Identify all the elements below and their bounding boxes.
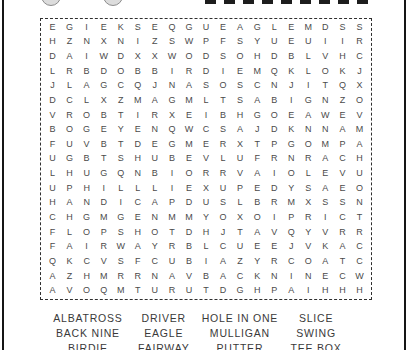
grid-cell-r5c18: Q (334, 79, 351, 94)
grid-cell-r7c9: E (180, 108, 197, 123)
grid-cell-r7c6: I (129, 108, 146, 123)
grid-cell-r8c10: C (197, 122, 214, 137)
grid-cell-r17c3: C (78, 254, 95, 269)
grid-cell-r17c10: I (197, 254, 214, 269)
word-item: BIRDIE (68, 341, 108, 350)
grid-cell-r14c10: Y (197, 210, 214, 225)
grid-cell-r8c17: N (317, 122, 334, 137)
word-item: MULLIGAN (210, 326, 270, 341)
grid-cell-r19c3: O (78, 283, 95, 298)
grid-cell-r9c4: B (95, 137, 112, 152)
grid-cell-r7c3: O (78, 108, 95, 123)
grid-cell-r1c13: G (249, 20, 266, 35)
grid-cell-r9c11: R (215, 137, 232, 152)
word-item: HOLE IN ONE (202, 311, 278, 326)
grid-cell-r14c16: R (300, 210, 317, 225)
grid-cell-r14c5: G (112, 210, 129, 225)
grid-cell-r17c13: Y (249, 254, 266, 269)
grid-cell-r6c5: Z (112, 93, 129, 108)
golf-ball-icon (41, 0, 61, 6)
grid-cell-r3c9: O (180, 49, 197, 64)
grid-cell-r12c13: E (249, 181, 266, 196)
grid-cell-r8c12: A (232, 122, 249, 137)
grid-cell-r6c11: T (215, 93, 232, 108)
grid-cell-r14c9: M (180, 210, 197, 225)
grid-cell-r9c2: U (61, 137, 78, 152)
grid-cell-r13c11: S (215, 196, 232, 211)
grid-cell-r18c12: C (232, 269, 249, 284)
grid-cell-r10c18: C (334, 152, 351, 167)
grid-cell-r19c6: T (129, 283, 146, 298)
grid-cell-r15c12: T (232, 225, 249, 240)
grid-cell-r11c19: U (351, 166, 368, 181)
grid-cell-r16c18: A (334, 239, 351, 254)
grid-cell-r9c14: P (266, 137, 283, 152)
grid-cell-r10c19: H (351, 152, 368, 167)
grid-cell-r13c1: H (44, 196, 61, 211)
grid-cell-r8c13: J (249, 122, 266, 137)
grid-cell-r7c19: V (351, 108, 368, 123)
grid-cell-r2c2: Z (61, 35, 78, 50)
grid-cell-r3c11: S (215, 49, 232, 64)
grid-cell-r4c15: K (283, 64, 300, 79)
grid-cell-r19c9: U (180, 283, 197, 298)
grid-cell-r15c14: V (266, 225, 283, 240)
grid-cell-r19c13: H (249, 283, 266, 298)
grid-cell-r12c6: L (129, 181, 146, 196)
grid-cell-r5c4: G (95, 79, 112, 94)
grid-cell-r8c15: K (283, 122, 300, 137)
grid-cell-r10c16: R (300, 152, 317, 167)
grid-cell-r14c1: C (44, 210, 61, 225)
grid-cell-r4c12: E (232, 64, 249, 79)
grid-cell-r17c18: T (334, 254, 351, 269)
grid-cell-r13c2: A (61, 196, 78, 211)
grid-cell-r18c5: R (112, 269, 129, 284)
grid-cell-r7c12: H (232, 108, 249, 123)
grid-cell-r6c3: L (78, 93, 95, 108)
grid-cell-r10c6: H (129, 152, 146, 167)
grid-cell-r8c8: Q (163, 122, 180, 137)
grid-cell-r2c12: S (232, 35, 249, 50)
grid-cell-r15c19: R (351, 225, 368, 240)
grid-cell-r18c11: A (215, 269, 232, 284)
grid-cell-r12c19: O (351, 181, 368, 196)
grid-cell-r17c14: R (266, 254, 283, 269)
grid-cell-r13c13: B (249, 196, 266, 211)
word-item: PUTTER (217, 341, 264, 350)
grid-cell-r15c9: D (180, 225, 197, 240)
grid-cell-r2c17: I (317, 35, 334, 50)
grid-cell-r3c12: O (232, 49, 249, 64)
grid-cell-r4c10: D (197, 64, 214, 79)
grid-cell-r9c3: V (78, 137, 95, 152)
grid-cell-r18c15: I (283, 269, 300, 284)
grid-cell-r6c18: Z (334, 93, 351, 108)
grid-cell-r8c3: G (78, 122, 95, 137)
grid-cell-r6c6: M (129, 93, 146, 108)
grid-cell-r1c6: S (129, 20, 146, 35)
word-item: ALBATROSS (53, 311, 122, 326)
grid-cell-r14c18: C (334, 210, 351, 225)
grid-cell-r13c18: S (334, 196, 351, 211)
grid-cell-r9c10: E (197, 137, 214, 152)
grid-cell-r9c12: X (232, 137, 249, 152)
grid-cell-r3c1: D (44, 49, 61, 64)
grid-cell-r16c10: L (197, 239, 214, 254)
grid-cell-r17c19: C (351, 254, 368, 269)
grid-cell-r2c7: Z (146, 35, 163, 50)
grid-cell-r12c1: U (44, 181, 61, 196)
grid-cell-r5c3: A (78, 79, 95, 94)
grid-cell-r18c3: H (78, 269, 95, 284)
grid-cell-r2c19: R (351, 35, 368, 50)
grid-cell-r13c3: N (78, 196, 95, 211)
grid-cell-r18c17: E (317, 269, 334, 284)
grid-cell-r14c4: M (95, 210, 112, 225)
grid-cell-r1c5: K (112, 20, 129, 35)
grid-cell-r4c13: M (249, 64, 266, 79)
grid-cell-r3c10: D (197, 49, 214, 64)
grid-cell-r17c5: S (112, 254, 129, 269)
grid-cell-r7c4: B (95, 108, 112, 123)
grid-cell-r1c3: I (78, 20, 95, 35)
grid-cell-r11c5: Q (112, 166, 129, 181)
grid-cell-r14c3: G (78, 210, 95, 225)
grid-cell-r7c8: X (163, 108, 180, 123)
grid-cell-r1c2: G (61, 20, 78, 35)
grid-cell-r1c15: E (283, 20, 300, 35)
grid-cell-r12c17: A (317, 181, 334, 196)
grid-cell-r9c6: D (129, 137, 146, 152)
grid-cell-r2c5: N (112, 35, 129, 50)
grid-cell-r8c7: N (146, 122, 163, 137)
grid-cell-r14c11: O (215, 210, 232, 225)
grid-cell-r16c8: R (163, 239, 180, 254)
grid-cell-r13c16: X (300, 196, 317, 211)
grid-cell-r11c18: V (334, 166, 351, 181)
grid-cell-r5c7: J (146, 79, 163, 94)
grid-cell-r7c15: E (283, 108, 300, 123)
grid-cell-r5c2: L (61, 79, 78, 94)
grid-cell-r12c16: S (300, 181, 317, 196)
grid-cell-r18c14: N (266, 269, 283, 284)
grid-cell-r2c14: U (266, 35, 283, 50)
grid-cell-r2c18: I (334, 35, 351, 50)
grid-cell-r3c8: W (163, 49, 180, 64)
grid-cell-r3c6: X (129, 49, 146, 64)
grid-cell-r6c10: L (197, 93, 214, 108)
grid-cell-r19c11: D (215, 283, 232, 298)
grid-cell-r19c17: H (317, 283, 334, 298)
grid-cell-r2c4: X (95, 35, 112, 50)
grid-cell-r13c15: M (283, 196, 300, 211)
grid-cell-r8c4: E (95, 122, 112, 137)
grid-cell-r15c16: Y (300, 225, 317, 240)
grid-cell-r10c3: B (78, 152, 95, 167)
grid-cell-r16c3: I (78, 239, 95, 254)
grid-cell-r12c9: E (180, 181, 197, 196)
grid-cell-r14c6: E (129, 210, 146, 225)
grid-cell-r10c8: B (163, 152, 180, 167)
grid-cell-r10c7: U (146, 152, 163, 167)
grid-cell-r15c5: S (112, 225, 129, 240)
grid-cell-r5c14: N (266, 79, 283, 94)
grid-cell-r5c12: S (232, 79, 249, 94)
grid-cell-r4c9: R (180, 64, 197, 79)
grid-cell-r19c8: R (163, 283, 180, 298)
grid-cell-r14c2: H (61, 210, 78, 225)
grid-cell-r18c4: M (95, 269, 112, 284)
grid-cell-r15c1: F (44, 225, 61, 240)
grid-cell-r4c3: B (78, 64, 95, 79)
grid-cell-r14c17: I (317, 210, 334, 225)
grid-cell-r6c4: X (95, 93, 112, 108)
grid-cell-r11c16: L (300, 166, 317, 181)
grid-cell-r15c10: H (197, 225, 214, 240)
grid-cell-r6c19: O (351, 93, 368, 108)
grid-cell-r9c19: A (351, 137, 368, 152)
grid-cell-r1c16: M (300, 20, 317, 35)
grid-cell-r3c17: V (317, 49, 334, 64)
grid-cell-r19c5: M (112, 283, 129, 298)
grid-cell-r15c17: V (317, 225, 334, 240)
grid-cell-r13c7: A (146, 196, 163, 211)
word-list: ALBATROSSBACK NINEBIRDIEDRIVEREAGLEFAIRW… (50, 311, 354, 350)
grid-cell-r19c10: T (197, 283, 214, 298)
grid-cell-r19c15: A (283, 283, 300, 298)
grid-cell-r7c18: E (334, 108, 351, 123)
grid-cell-r4c18: K (334, 64, 351, 79)
grid-cell-r17c1: Q (44, 254, 61, 269)
grid-cell-r17c9: B (180, 254, 197, 269)
grid-cell-r11c1: L (44, 166, 61, 181)
grid-cell-r18c6: R (129, 269, 146, 284)
grid-cell-r16c16: V (300, 239, 317, 254)
grid-cell-r17c2: K (61, 254, 78, 269)
word-item: BACK NINE (56, 326, 120, 341)
grid-cell-r13c4: D (95, 196, 112, 211)
grid-cell-r7c5: T (112, 108, 129, 123)
grid-cell-r7c13: G (249, 108, 266, 123)
grid-cell-r19c14: P (266, 283, 283, 298)
grid-cell-r5c10: S (197, 79, 214, 94)
grid-cell-r9c16: O (300, 137, 317, 152)
grid-cell-r14c13: O (249, 210, 266, 225)
grid-cell-r13c19: N (351, 196, 368, 211)
grid-cell-r10c4: T (95, 152, 112, 167)
grid-cell-r16c17: K (317, 239, 334, 254)
grid-cell-r5c6: Q (129, 79, 146, 94)
grid-cell-r19c2: V (61, 283, 78, 298)
grid-cell-r1c12: A (232, 20, 249, 35)
grid-cell-r16c15: J (283, 239, 300, 254)
grid-cell-r13c5: I (112, 196, 129, 211)
grid-cell-r4c14: Q (266, 64, 283, 79)
grid-cell-r18c18: C (334, 269, 351, 284)
grid-cell-r7c1: V (44, 108, 61, 123)
grid-cell-r11c8: I (163, 166, 180, 181)
grid-cell-r1c7: E (146, 20, 163, 35)
grid-cell-r13c6: C (129, 196, 146, 211)
grid-cell-r1c11: E (215, 20, 232, 35)
grid-cell-r9c5: T (112, 137, 129, 152)
grid-cell-r17c17: A (317, 254, 334, 269)
grid-cell-r3c5: D (112, 49, 129, 64)
grid-cell-r8c11: S (215, 122, 232, 137)
grid-cell-r3c13: H (249, 49, 266, 64)
grid-cell-r7c10: I (197, 108, 214, 123)
word-item: FAIRWAY (138, 341, 190, 350)
grid-cell-r10c5: S (112, 152, 129, 167)
grid-cell-r14c15: P (283, 210, 300, 225)
grid-cell-r11c10: R (197, 166, 214, 181)
grid-cell-r18c10: B (197, 269, 214, 284)
grid-cell-r19c4: Q (95, 283, 112, 298)
grid-cell-r3c2: A (61, 49, 78, 64)
grid-cell-r12c12: P (232, 181, 249, 196)
grid-cell-r15c11: J (215, 225, 232, 240)
grid-cell-r1c17: D (317, 20, 334, 35)
grid-cell-r4c17: O (317, 64, 334, 79)
grid-cell-r18c13: K (249, 269, 266, 284)
grid-cell-r11c9: O (180, 166, 197, 181)
grid-cell-r15c15: Q (283, 225, 300, 240)
grid-cell-r5c17: T (317, 79, 334, 94)
grid-cell-r12c11: U (215, 181, 232, 196)
grid-cell-r16c1: F (44, 239, 61, 254)
grid-cell-r14c14: I (266, 210, 283, 225)
grid-cell-r3c18: H (334, 49, 351, 64)
grid-cell-r19c7: U (146, 283, 163, 298)
grid-cell-r7c17: W (317, 108, 334, 123)
grid-cell-r10c10: V (197, 152, 214, 167)
grid-cell-r18c8: A (163, 269, 180, 284)
grid-cell-r16c13: E (249, 239, 266, 254)
grid-cell-r13c17: S (317, 196, 334, 211)
golf-ball-icon (103, 0, 123, 6)
photo-edge-left (2, 0, 4, 350)
grid-cell-r10c13: F (249, 152, 266, 167)
grid-cell-r11c3: U (78, 166, 95, 181)
word-list-column-2: DRIVEREAGLEFAIRWAY (126, 311, 202, 350)
word-item: SWING (296, 326, 336, 341)
grid-cell-r15c8: T (163, 225, 180, 240)
word-list-column-4: SLICESWINGTEE BOX (278, 311, 354, 350)
grid-cell-r4c2: R (61, 64, 78, 79)
grid-cell-r15c7: O (146, 225, 163, 240)
grid-cell-r19c12: G (232, 283, 249, 298)
grid-cell-r12c15: Y (283, 181, 300, 196)
grid-cell-r4c6: B (129, 64, 146, 79)
grid-cell-r6c1: D (44, 93, 61, 108)
grid-cell-r7c7: R (146, 108, 163, 123)
grid-cell-r12c8: I (163, 181, 180, 196)
grid-cell-r12c5: L (112, 181, 129, 196)
grid-cell-r15c13: A (249, 225, 266, 240)
grid-cell-r12c3: H (78, 181, 95, 196)
grid-cell-r19c18: H (334, 283, 351, 298)
grid-cell-r13c12: L (232, 196, 249, 211)
grid-cell-r11c15: O (283, 166, 300, 181)
grid-cell-r7c11: B (215, 108, 232, 123)
grid-cell-r1c10: U (197, 20, 214, 35)
grid-cell-r9c7: E (146, 137, 163, 152)
grid-cell-r16c19: C (351, 239, 368, 254)
grid-cell-r9c1: F (44, 137, 61, 152)
grid-cell-r16c12: U (232, 239, 249, 254)
grid-cell-r6c14: B (266, 93, 283, 108)
grid-cell-r7c14: O (266, 108, 283, 123)
grid-cell-r18c16: N (300, 269, 317, 284)
grid-cell-r13c14: R (266, 196, 283, 211)
grid-cell-r15c2: L (61, 225, 78, 240)
grid-cell-r11c12: V (232, 166, 249, 181)
grid-cell-r17c4: V (95, 254, 112, 269)
grid-cell-r6c9: M (180, 93, 197, 108)
grid-cell-r15c4: P (95, 225, 112, 240)
grid-cell-r6c12: S (232, 93, 249, 108)
grid-cell-r16c14: E (266, 239, 283, 254)
grid-cell-r4c5: O (112, 64, 129, 79)
grid-cell-r11c17: E (317, 166, 334, 181)
grid-cell-r5c11: O (215, 79, 232, 94)
grid-cell-r1c18: S (334, 20, 351, 35)
grid-cell-r5c16: I (300, 79, 317, 94)
grid-cell-r11c6: N (129, 166, 146, 181)
grid-cell-r2c10: P (197, 35, 214, 50)
grid-cell-r2c13: Y (249, 35, 266, 50)
grid-cell-r3c3: I (78, 49, 95, 64)
word-item: EAGLE (144, 326, 183, 341)
grid-cell-r2c16: U (300, 35, 317, 50)
grid-cell-r5c1: J (44, 79, 61, 94)
grid-cell-r11c14: I (266, 166, 283, 181)
grid-cell-r19c16: I (300, 283, 317, 298)
grid-cell-r12c18: E (334, 181, 351, 196)
grid-cell-r11c7: B (146, 166, 163, 181)
grid-cell-r14c7: N (146, 210, 163, 225)
grid-cell-r10c9: E (180, 152, 197, 167)
grid-cell-r14c19: T (351, 210, 368, 225)
grid-cell-r17c7: C (146, 254, 163, 269)
grid-cell-r16c7: Y (146, 239, 163, 254)
grid-cell-r7c16: A (300, 108, 317, 123)
grid-cell-r5c13: C (249, 79, 266, 94)
grid-cell-r1c8: Q (163, 20, 180, 35)
grid-cell-r9c17: M (317, 137, 334, 152)
grid-cell-r13c8: P (163, 196, 180, 211)
grid-cell-r10c14: R (266, 152, 283, 167)
word-list-column-1: ALBATROSSBACK NINEBIRDIE (50, 311, 126, 350)
grid-cell-r10c15: N (283, 152, 300, 167)
grid-cell-r16c2: A (61, 239, 78, 254)
grid-cell-r11c4: G (95, 166, 112, 181)
word-item: TEE BOX (291, 341, 342, 350)
grid-cell-r16c6: A (129, 239, 146, 254)
grid-cell-r2c8: S (163, 35, 180, 50)
grid-cell-r17c8: U (163, 254, 180, 269)
grid-cell-r4c7: B (146, 64, 163, 79)
grid-cell-r16c4: R (95, 239, 112, 254)
grid-cell-r1c14: L (266, 20, 283, 35)
grid-cell-r11c13: A (249, 166, 266, 181)
grid-cell-r9c13: T (249, 137, 266, 152)
grid-cell-r6c17: N (317, 93, 334, 108)
grid-cell-r8c2: O (61, 122, 78, 137)
grid-cell-r5c5: C (112, 79, 129, 94)
grid-cell-r12c14: D (266, 181, 283, 196)
